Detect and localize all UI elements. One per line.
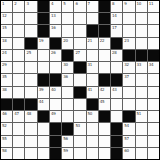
cell-r12c12[interactable] — [148, 148, 159, 159]
cell-r12c3[interactable] — [38, 148, 49, 159]
cell-r10c8[interactable] — [99, 123, 110, 134]
cell-r2c11[interactable] — [136, 25, 147, 36]
cell-r1c4[interactable]: 13 — [50, 13, 61, 24]
cell-r12c6[interactable] — [74, 148, 85, 159]
cell-r4c9[interactable]: 28 — [111, 50, 122, 61]
cell-r4c3[interactable] — [38, 50, 49, 61]
clue-number: 33 — [137, 62, 142, 67]
cell-r5c2[interactable] — [25, 62, 36, 73]
cell-r3c8[interactable]: 22 — [99, 38, 110, 49]
clue-number: 17 — [112, 25, 117, 30]
cell-r4c2[interactable]: 25 — [25, 50, 36, 61]
cell-r1c7[interactable] — [87, 13, 98, 24]
cell-r12c2[interactable] — [25, 148, 36, 159]
clue-number: 13 — [51, 13, 56, 18]
cell-r3c2-black — [25, 38, 36, 49]
cell-r10c4-black — [50, 123, 61, 134]
cell-r11c6[interactable] — [74, 136, 85, 147]
cell-r8c0-black — [1, 99, 12, 110]
cell-r3c0[interactable]: 18 — [1, 38, 12, 49]
cell-r6c7[interactable] — [87, 74, 98, 85]
cell-r8c5[interactable] — [62, 99, 73, 110]
cell-r9c11[interactable]: 51 — [136, 111, 147, 122]
clue-number: 9 — [124, 1, 126, 6]
cell-r2c3-black — [38, 25, 49, 36]
cell-r3c9-black — [111, 38, 122, 49]
clue-number: 38 — [2, 87, 7, 92]
cell-r10c6[interactable]: 53 — [74, 123, 85, 134]
cell-r1c3-black — [38, 13, 49, 24]
cell-r9c8-black — [99, 111, 110, 122]
cell-r8c1-black — [13, 99, 24, 110]
clue-number: 41 — [88, 87, 93, 92]
cell-r2c4[interactable]: 16 — [50, 25, 61, 36]
cell-r8c10[interactable] — [123, 99, 134, 110]
cell-r6c4-black — [50, 74, 61, 85]
cell-r4c5-black — [62, 50, 73, 61]
clue-number: 5 — [63, 1, 65, 6]
clue-number: 39 — [39, 87, 44, 92]
cell-r11c3[interactable] — [38, 136, 49, 147]
cell-r11c12[interactable] — [148, 136, 159, 147]
cell-r1c5[interactable] — [62, 13, 73, 24]
clue-number: 8 — [112, 1, 114, 6]
cell-r1c8-black — [99, 13, 110, 24]
clue-number: 1 — [2, 1, 4, 6]
cell-r2c5[interactable] — [62, 25, 73, 36]
cell-r3c4-black — [50, 38, 61, 49]
clue-number: 54 — [124, 123, 129, 128]
clue-number: 42 — [100, 87, 105, 92]
cell-r10c10[interactable]: 54 — [123, 123, 134, 134]
cell-r0c6[interactable]: 6 — [74, 1, 85, 12]
cell-r7c7[interactable]: 41 — [87, 87, 98, 98]
clue-number: 6 — [75, 1, 77, 6]
cell-r3c12[interactable] — [148, 38, 159, 49]
cell-r0c3-black — [38, 1, 49, 12]
clue-number: 37 — [124, 74, 129, 79]
clue-number: 2 — [14, 1, 16, 6]
cell-r7c10[interactable] — [123, 87, 134, 98]
clue-number: 35 — [2, 74, 7, 79]
cell-r0c5[interactable]: 5 — [62, 1, 73, 12]
clue-number: 46 — [2, 111, 7, 116]
clue-number: 20 — [63, 38, 68, 43]
cell-r5c8[interactable] — [99, 62, 110, 73]
cell-r12c1[interactable] — [13, 148, 24, 159]
clue-number: 29 — [2, 62, 7, 67]
cell-r2c9[interactable]: 17 — [111, 25, 122, 36]
clue-number: 55 — [2, 136, 7, 141]
cell-r3c3[interactable]: 19 — [38, 38, 49, 49]
cell-r9c0[interactable]: 46 — [1, 111, 12, 122]
cell-r12c7[interactable] — [87, 148, 98, 159]
cell-r6c3-black — [38, 74, 49, 85]
cell-r12c9-black — [111, 148, 122, 159]
clue-number: 16 — [51, 25, 56, 30]
crossword-grid: 1234567891011121314151617181920212223242… — [0, 0, 160, 160]
cell-r7c0[interactable]: 38 — [1, 87, 12, 98]
cell-r9c7[interactable]: 50 — [87, 111, 98, 122]
clue-number: 34 — [149, 62, 154, 67]
cell-r2c6[interactable] — [74, 25, 85, 36]
clue-number: 31 — [88, 62, 93, 67]
clue-number: 36 — [63, 74, 68, 79]
cell-r6c11[interactable] — [136, 74, 147, 85]
cell-r9c4[interactable]: 49 — [50, 111, 61, 122]
cell-r11c5[interactable]: 56 — [62, 136, 73, 147]
clue-number: 21 — [88, 38, 93, 43]
cell-r4c1[interactable] — [13, 50, 24, 61]
cell-r12c4-black — [50, 148, 61, 159]
cell-r2c7-black — [87, 25, 98, 36]
cell-r12c10[interactable]: 60 — [123, 148, 134, 159]
cell-r4c8[interactable] — [99, 50, 110, 61]
cell-r10c12[interactable] — [148, 123, 159, 134]
cell-r9c2[interactable]: 48 — [25, 111, 36, 122]
cell-r11c4-black — [50, 136, 61, 147]
cell-r2c1[interactable] — [13, 25, 24, 36]
cell-r5c11[interactable]: 33 — [136, 62, 147, 73]
clue-number: 56 — [63, 136, 68, 141]
clue-number: 32 — [124, 62, 129, 67]
cell-r1c11[interactable] — [136, 13, 147, 24]
cell-r8c8[interactable]: 45 — [99, 99, 110, 110]
cell-r0c11[interactable]: 10 — [136, 1, 147, 12]
cell-r10c2[interactable] — [25, 123, 36, 134]
cell-r5c10[interactable]: 32 — [123, 62, 134, 73]
cell-r11c1[interactable] — [13, 136, 24, 147]
cell-r7c12[interactable] — [148, 87, 159, 98]
cell-r0c2[interactable]: 3 — [25, 1, 36, 12]
cell-r6c6[interactable] — [74, 74, 85, 85]
cell-r0c12[interactable]: 11 — [148, 1, 159, 12]
cell-r2c12[interactable] — [148, 25, 159, 36]
cell-r8c6[interactable] — [74, 99, 85, 110]
cell-r4c7[interactable] — [87, 50, 98, 61]
cell-r9c9[interactable] — [111, 111, 122, 122]
clue-number: 25 — [26, 50, 31, 55]
cell-r2c10[interactable] — [123, 25, 134, 36]
cell-r10c5-black — [62, 123, 73, 134]
cell-r6c5[interactable]: 36 — [62, 74, 73, 85]
cell-r8c12[interactable] — [148, 99, 159, 110]
cell-r10c11[interactable] — [136, 123, 147, 134]
clue-number: 3 — [26, 1, 28, 6]
clue-number: 60 — [124, 148, 129, 153]
cell-r4c4[interactable]: 26 — [50, 50, 61, 61]
cell-r9c3-black — [38, 111, 49, 122]
cell-r1c6[interactable] — [74, 13, 85, 24]
cell-r5c9[interactable] — [111, 62, 122, 73]
cell-r5c4[interactable] — [50, 62, 61, 73]
clue-number: 40 — [51, 87, 56, 92]
cell-r1c0[interactable]: 12 — [1, 13, 12, 24]
cell-r11c11[interactable] — [136, 136, 147, 147]
cell-r9c6[interactable] — [74, 111, 85, 122]
cell-r9c12[interactable] — [148, 111, 159, 122]
cell-r7c2[interactable] — [25, 87, 36, 98]
clue-number: 22 — [100, 38, 105, 43]
cell-r9c5[interactable] — [62, 111, 73, 122]
cell-r2c2[interactable] — [25, 25, 36, 36]
cell-r4c12-black — [148, 50, 159, 61]
cell-r6c8-black — [99, 74, 110, 85]
cell-r3c6[interactable] — [74, 38, 85, 49]
cell-r7c8[interactable]: 42 — [99, 87, 110, 98]
cell-r5c1[interactable] — [13, 62, 24, 73]
cell-r1c1[interactable] — [13, 13, 24, 24]
cell-r12c0[interactable]: 58 — [1, 148, 12, 159]
clue-number: 53 — [75, 123, 80, 128]
clue-number: 18 — [2, 38, 7, 43]
cell-r11c10[interactable]: 57 — [123, 136, 134, 147]
clue-number: 23 — [124, 38, 129, 43]
clue-number: 47 — [14, 111, 19, 116]
cell-r7c6-black — [74, 87, 85, 98]
cell-r8c7-black — [87, 99, 98, 110]
cell-r1c10[interactable] — [123, 13, 134, 24]
cell-r3c1[interactable] — [13, 38, 24, 49]
clue-number: 48 — [26, 111, 31, 116]
cell-r6c12[interactable] — [148, 74, 159, 85]
clue-number: 50 — [88, 111, 93, 116]
cell-r3c10[interactable]: 23 — [123, 38, 134, 49]
cell-r7c3[interactable]: 39 — [38, 87, 49, 98]
cell-r5c7[interactable]: 31 — [87, 62, 98, 73]
cell-r8c9[interactable] — [111, 99, 122, 110]
cell-r1c2[interactable] — [25, 13, 36, 24]
cell-r4c0[interactable]: 24 — [1, 50, 12, 61]
cell-r2c0[interactable]: 15 — [1, 25, 12, 36]
cell-r8c2-black — [25, 99, 36, 110]
cell-r12c11[interactable] — [136, 148, 147, 159]
cell-r11c9-black — [111, 136, 122, 147]
clue-number: 24 — [2, 50, 7, 55]
cell-r6c9-black — [111, 74, 122, 85]
clue-number: 59 — [63, 148, 68, 153]
cell-r12c8[interactable] — [99, 148, 110, 159]
cell-r10c7[interactable] — [87, 123, 98, 134]
cell-r1c9[interactable]: 14 — [111, 13, 122, 24]
clue-number: 10 — [137, 1, 142, 6]
cell-r3c5[interactable]: 20 — [62, 38, 73, 49]
cell-r6c1[interactable] — [13, 74, 24, 85]
cell-r0c0[interactable]: 1 — [1, 1, 12, 12]
clue-number: 51 — [137, 111, 142, 116]
cell-r10c3[interactable] — [38, 123, 49, 134]
cell-r11c0[interactable]: 55 — [1, 136, 12, 147]
cell-r4c11-black — [136, 50, 147, 61]
clue-number: 43 — [112, 87, 117, 92]
cell-r1c12[interactable] — [148, 13, 159, 24]
cell-r8c3[interactable]: 44 — [38, 99, 49, 110]
cell-r0c9[interactable]: 8 — [111, 1, 122, 12]
clue-number: 45 — [100, 99, 105, 104]
cell-r7c9[interactable]: 43 — [111, 87, 122, 98]
clue-number: 58 — [2, 148, 7, 153]
cell-r0c4[interactable]: 4 — [50, 1, 61, 12]
cell-r8c4[interactable] — [50, 99, 61, 110]
clue-number: 4 — [51, 1, 53, 6]
cell-r11c7[interactable] — [87, 136, 98, 147]
cell-r5c3[interactable] — [38, 62, 49, 73]
clue-number: 44 — [39, 99, 44, 104]
clue-number: 7 — [88, 1, 90, 6]
clue-number: 11 — [149, 1, 154, 6]
cell-r7c11[interactable] — [136, 87, 147, 98]
clue-number: 15 — [2, 25, 7, 30]
cell-r0c7[interactable]: 7 — [87, 1, 98, 12]
cell-r3c7[interactable]: 21 — [87, 38, 98, 49]
cell-r10c9-black — [111, 123, 122, 134]
cell-r0c10[interactable]: 9 — [123, 1, 134, 12]
cell-r7c5[interactable] — [62, 87, 73, 98]
cell-r3c11[interactable] — [136, 38, 147, 49]
cell-r9c10-black — [123, 111, 134, 122]
clue-number: 57 — [124, 136, 129, 141]
cell-r10c0[interactable]: 52 — [1, 123, 12, 134]
clue-number: 49 — [51, 111, 56, 116]
clue-number: 28 — [112, 50, 117, 55]
crossword-puzzle: 1234567891011121314151617181920212223242… — [0, 0, 160, 160]
cell-r2c8-black — [99, 25, 110, 36]
cell-r0c8-black — [99, 1, 110, 12]
cell-r7c1[interactable] — [13, 87, 24, 98]
cell-r5c6-black — [74, 62, 85, 73]
cell-r5c0[interactable]: 29 — [1, 62, 12, 73]
cell-r5c12[interactable]: 34 — [148, 62, 159, 73]
cell-r11c2[interactable] — [25, 136, 36, 147]
cell-r7c4[interactable]: 40 — [50, 87, 61, 98]
clue-number: 26 — [51, 50, 56, 55]
cell-r8c11[interactable] — [136, 99, 147, 110]
cell-r4c10-black — [123, 50, 134, 61]
cell-r6c2[interactable] — [25, 74, 36, 85]
cell-r0c1[interactable]: 2 — [13, 1, 24, 12]
cell-r9c1[interactable]: 47 — [13, 111, 24, 122]
cell-r5c5[interactable]: 30 — [62, 62, 73, 73]
clue-number: 27 — [75, 50, 80, 55]
cell-r4c6[interactable]: 27 — [74, 50, 85, 61]
clue-number: 30 — [63, 62, 68, 67]
clue-number: 19 — [39, 38, 44, 43]
cell-r10c1[interactable] — [13, 123, 24, 134]
cell-r12c5[interactable]: 59 — [62, 148, 73, 159]
clue-number: 14 — [112, 13, 117, 18]
cell-r6c0[interactable]: 35 — [1, 74, 12, 85]
clue-number: 52 — [2, 123, 7, 128]
clue-number: 12 — [2, 13, 7, 18]
cell-r11c8[interactable] — [99, 136, 110, 147]
cell-r6c10[interactable]: 37 — [123, 74, 134, 85]
